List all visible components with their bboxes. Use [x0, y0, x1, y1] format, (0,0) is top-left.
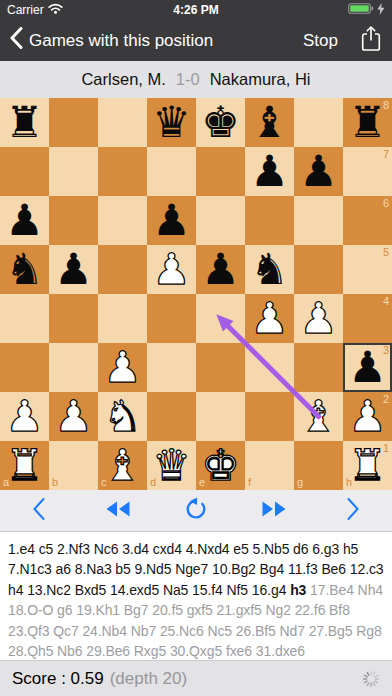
depth-label: (depth 20): [110, 669, 188, 689]
square-d2[interactable]: [147, 392, 196, 441]
white-pawn-piece: ♟: [98, 343, 147, 392]
square-h8[interactable]: 8♜: [343, 98, 392, 147]
square-h1[interactable]: 1h♜: [343, 441, 392, 490]
square-g8[interactable]: [294, 98, 343, 147]
battery-icon: [348, 3, 374, 17]
square-h7[interactable]: 7: [343, 147, 392, 196]
square-h6[interactable]: 6: [343, 196, 392, 245]
white-bishop-piece: ♝: [294, 392, 343, 441]
back-label: Games with this position: [29, 31, 213, 51]
square-c5[interactable]: [98, 245, 147, 294]
black-pawn-piece: ♟: [294, 147, 343, 196]
square-c8[interactable]: [98, 98, 147, 147]
step-back-button[interactable]: [17, 494, 61, 528]
square-f7[interactable]: ♟: [245, 147, 294, 196]
square-g2[interactable]: ♝: [294, 392, 343, 441]
square-a8[interactable]: ♜: [0, 98, 49, 147]
chevron-left-icon: [32, 497, 46, 525]
chevron-right-icon: [346, 497, 360, 525]
file-label-f: f: [248, 477, 251, 488]
square-d3[interactable]: [147, 343, 196, 392]
square-e6[interactable]: [196, 196, 245, 245]
white-queen-piece: ♛: [147, 441, 196, 490]
square-a1[interactable]: a♜: [0, 441, 49, 490]
square-g5[interactable]: [294, 245, 343, 294]
white-king-piece: ♚: [196, 441, 245, 490]
white-bishop-piece: ♝: [98, 441, 147, 490]
square-e4[interactable]: [196, 294, 245, 343]
square-b3[interactable]: [49, 343, 98, 392]
square-h5[interactable]: 5: [343, 245, 392, 294]
reload-button[interactable]: [174, 494, 218, 528]
black-pawn-piece: ♟: [147, 196, 196, 245]
rank-label-5: 5: [383, 247, 389, 258]
square-b5[interactable]: ♟: [49, 245, 98, 294]
square-c3[interactable]: ♟: [98, 343, 147, 392]
white-pawn-piece: ♟: [49, 392, 98, 441]
black-knight-piece: ♞: [0, 245, 49, 294]
black-pawn-piece: ♟: [49, 245, 98, 294]
square-e8[interactable]: ♚: [196, 98, 245, 147]
square-e2[interactable]: [196, 392, 245, 441]
black-pawn-piece: ♟: [0, 196, 49, 245]
square-f2[interactable]: [245, 392, 294, 441]
square-c6[interactable]: [98, 196, 147, 245]
spinner-icon: [362, 670, 380, 688]
move-current: h3: [290, 582, 306, 598]
step-forward-button[interactable]: [331, 494, 375, 528]
square-b2[interactable]: ♟: [49, 392, 98, 441]
square-f8[interactable]: ♝: [245, 98, 294, 147]
square-d4[interactable]: [147, 294, 196, 343]
black-pawn-piece: ♟: [196, 245, 245, 294]
white-player-name: Carlsen, M.: [81, 70, 165, 89]
square-g1[interactable]: g: [294, 441, 343, 490]
square-c1[interactable]: c♝: [98, 441, 147, 490]
white-pawn-piece: ♟: [294, 294, 343, 343]
square-f5[interactable]: ♞: [245, 245, 294, 294]
controls-bar: [0, 490, 392, 532]
back-button[interactable]: Games with this position: [10, 27, 213, 54]
square-h4[interactable]: 4: [343, 294, 392, 343]
players-bar: Carlsen, M. 1-0 Nakamura, Hi: [0, 61, 392, 98]
black-rook-piece: ♜: [0, 98, 49, 147]
share-icon: [360, 25, 382, 56]
white-rook-piece: ♜: [343, 441, 392, 490]
black-knight-piece: ♞: [245, 245, 294, 294]
square-a3[interactable]: [0, 343, 49, 392]
move-list[interactable]: 1.e4 c5 2.Nf3 Nc6 3.d4 cxd4 4.Nxd4 e5 5.…: [0, 532, 392, 660]
black-pawn-piece: ♟: [343, 343, 392, 392]
square-a5[interactable]: ♞: [0, 245, 49, 294]
black-bishop-piece: ♝: [245, 98, 294, 147]
status-bar: Carrier 4:26 PM: [0, 0, 392, 20]
black-king-piece: ♚: [196, 98, 245, 147]
square-b8[interactable]: [49, 98, 98, 147]
square-h3[interactable]: 3♟: [343, 343, 392, 392]
fast-forward-icon: [261, 500, 287, 522]
square-e3[interactable]: [196, 343, 245, 392]
square-f4[interactable]: ♟: [245, 294, 294, 343]
score-label: Score :: [12, 669, 66, 689]
square-f3[interactable]: [245, 343, 294, 392]
stop-button[interactable]: Stop: [303, 31, 338, 51]
square-b1[interactable]: b: [49, 441, 98, 490]
square-b6[interactable]: [49, 196, 98, 245]
square-h2[interactable]: 2♟: [343, 392, 392, 441]
square-a6[interactable]: ♟: [0, 196, 49, 245]
square-a2[interactable]: ♟: [0, 392, 49, 441]
rank-label-4: 4: [383, 296, 389, 307]
square-d6[interactable]: ♟: [147, 196, 196, 245]
square-b7[interactable]: [49, 147, 98, 196]
file-label-g: g: [297, 477, 303, 488]
share-button[interactable]: [360, 25, 382, 56]
square-a7[interactable]: [0, 147, 49, 196]
rank-label-6: 6: [383, 198, 389, 209]
white-knight-piece: ♞: [98, 392, 147, 441]
chess-board: ♜♛♚♝8♜♟♟7♟♟6♞♟♟♟♞5♟♟4♟3♟♟♟♞♝2♟a♜bc♝d♛e♚f…: [0, 98, 392, 490]
square-g7[interactable]: ♟: [294, 147, 343, 196]
square-d7[interactable]: [147, 147, 196, 196]
file-label-b: b: [52, 477, 58, 488]
square-d1[interactable]: d♛: [147, 441, 196, 490]
rank-label-7: 7: [383, 149, 389, 160]
square-g4[interactable]: ♟: [294, 294, 343, 343]
black-player-name: Nakamura, Hi: [210, 70, 311, 89]
white-rook-piece: ♜: [0, 441, 49, 490]
square-c4[interactable]: [98, 294, 147, 343]
board-area: ♜♛♚♝8♜♟♟7♟♟6♞♟♟♟♞5♟♟4♟3♟♟♟♞♝2♟a♜bc♝d♛e♚f…: [0, 98, 392, 490]
score-value: 0.59: [71, 669, 104, 689]
white-pawn-piece: ♟: [0, 392, 49, 441]
square-e1[interactable]: e♚: [196, 441, 245, 490]
square-d5[interactable]: ♟: [147, 245, 196, 294]
square-e5[interactable]: ♟: [196, 245, 245, 294]
result-label: 1-0: [176, 70, 200, 89]
square-e7[interactable]: [196, 147, 245, 196]
square-c7[interactable]: [98, 147, 147, 196]
square-d8[interactable]: ♛: [147, 98, 196, 147]
white-pawn-piece: ♟: [147, 245, 196, 294]
square-g6[interactable]: [294, 196, 343, 245]
square-a4[interactable]: [0, 294, 49, 343]
back-chevron-icon: [10, 27, 23, 54]
white-pawn-piece: ♟: [245, 294, 294, 343]
rewind-icon: [105, 500, 131, 522]
fast-forward-button[interactable]: [252, 494, 296, 528]
clock-label: 4:26 PM: [0, 3, 392, 17]
black-queen-piece: ♛: [147, 98, 196, 147]
square-c2[interactable]: ♞: [98, 392, 147, 441]
square-g3[interactable]: [294, 343, 343, 392]
black-rook-piece: ♜: [343, 98, 392, 147]
score-bar: Score : 0.59 (depth 20): [0, 660, 392, 696]
reload-icon: [183, 496, 209, 526]
square-f1[interactable]: f: [245, 441, 294, 490]
white-pawn-piece: ♟: [343, 392, 392, 441]
square-b4[interactable]: [49, 294, 98, 343]
charging-bolt-icon: [377, 3, 385, 18]
rewind-button[interactable]: [96, 494, 140, 528]
nav-bar: Games with this position Stop: [0, 20, 392, 61]
square-f6[interactable]: [245, 196, 294, 245]
black-pawn-piece: ♟: [245, 147, 294, 196]
